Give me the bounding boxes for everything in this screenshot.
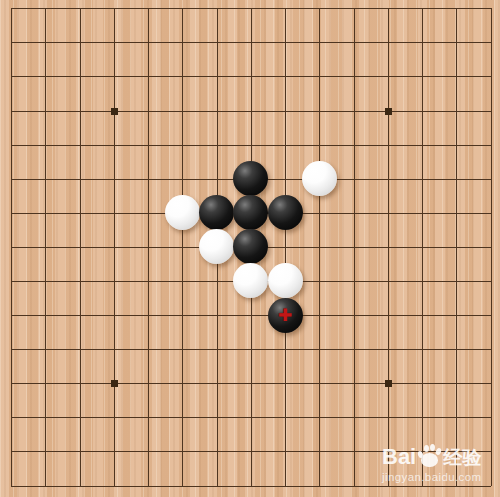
baidu-watermark: Bai 经验 jingyan.baidu.com — [382, 443, 482, 483]
black-stone — [199, 195, 234, 230]
black-stone: ✚ — [268, 298, 303, 333]
grid-vline — [285, 8, 286, 485]
white-stone — [233, 263, 268, 298]
white-stone — [268, 263, 303, 298]
grid-vline — [422, 8, 423, 485]
white-stone — [302, 161, 337, 196]
star-point — [385, 108, 392, 115]
watermark-url: jingyan.baidu.com — [382, 471, 482, 483]
grid-vline — [319, 8, 320, 485]
star-point — [111, 108, 118, 115]
go-board[interactable]: ✚ Bai 经验 jingyan.baidu.com — [0, 0, 500, 497]
watermark-brand-latin: Bai — [382, 446, 416, 468]
grid-hline — [11, 383, 491, 384]
grid-vline — [354, 8, 355, 485]
grid-hline — [11, 349, 491, 350]
star-point — [385, 380, 392, 387]
grid-vline — [491, 8, 492, 485]
watermark-brand: Bai 经验 — [382, 443, 482, 468]
grid-vline — [388, 8, 389, 485]
white-stone — [199, 229, 234, 264]
grid-hline — [11, 417, 491, 418]
last-move-cross-marker: ✚ — [268, 298, 303, 333]
black-stone — [233, 161, 268, 196]
black-stone — [268, 195, 303, 230]
black-stone — [233, 195, 268, 230]
grid-hline — [11, 315, 491, 316]
white-stone — [165, 195, 200, 230]
watermark-brand-cn: 经验 — [443, 448, 481, 468]
baidu-paw-icon — [418, 444, 441, 468]
grid-vline — [456, 8, 457, 485]
black-stone — [233, 229, 268, 264]
grid-hline — [11, 486, 491, 487]
star-point — [111, 380, 118, 387]
